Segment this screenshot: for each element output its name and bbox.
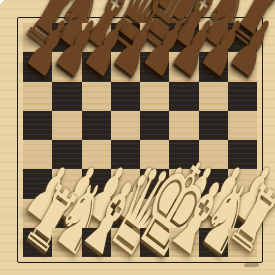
square-c6 bbox=[82, 82, 111, 111]
square-d5 bbox=[111, 111, 140, 140]
square-a6 bbox=[23, 82, 52, 111]
square-e6 bbox=[140, 82, 169, 111]
square-c5 bbox=[82, 111, 111, 140]
square-h1: ♜ bbox=[228, 228, 257, 257]
square-h6 bbox=[228, 82, 257, 111]
square-h5 bbox=[228, 111, 257, 140]
square-f6 bbox=[169, 82, 198, 111]
chess-board: ♜♞♝♛♚♝♞♜♟♟♟♟♟♟♟♟♟♟♟♟♟♟♟♟♜♞♝♛♚♝♞♜ bbox=[0, 0, 275, 275]
square-d6 bbox=[111, 82, 140, 111]
product-photo-stage[interactable]: ♜♞♝♛♚♝♞♜♟♟♟♟♟♟♟♟♟♟♟♟♟♟♟♟♜♞♝♛♚♝♞♜ bbox=[0, 0, 275, 275]
board-grid: ♜♞♝♛♚♝♞♜♟♟♟♟♟♟♟♟♟♟♟♟♟♟♟♟♜♞♝♛♚♝♞♜ bbox=[23, 23, 257, 257]
brand-mark bbox=[244, 263, 259, 268]
square-b5 bbox=[52, 111, 81, 140]
square-h7: ♟ bbox=[228, 52, 257, 81]
square-a5 bbox=[23, 111, 52, 140]
square-g6 bbox=[199, 82, 228, 111]
square-b6 bbox=[52, 82, 81, 111]
board-pinstripe: ♜♞♝♛♚♝♞♜♟♟♟♟♟♟♟♟♟♟♟♟♟♟♟♟♜♞♝♛♚♝♞♜ bbox=[17, 17, 263, 263]
